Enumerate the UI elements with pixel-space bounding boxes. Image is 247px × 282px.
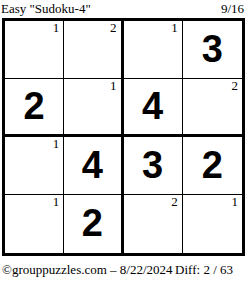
corner-mark: 1	[232, 195, 239, 209]
cell-r3c2: 4	[64, 137, 123, 195]
corner-mark: 1	[53, 137, 60, 151]
cell-r1c1[interactable]: 1	[5, 21, 64, 79]
cell-r3c4: 2	[183, 137, 242, 195]
cell-r4c3[interactable]: 2	[124, 195, 183, 253]
cell-value: 3	[142, 146, 163, 184]
cell-value: 2	[24, 87, 45, 125]
cell-r3c3: 3	[124, 137, 183, 195]
puzzle-title: Easy "Sudoku-4"	[1, 1, 91, 17]
cell-r2c4[interactable]: 2	[183, 79, 242, 137]
cell-value: 3	[202, 30, 223, 68]
cell-value: 4	[82, 146, 103, 184]
cell-r4c1[interactable]: 1	[5, 195, 64, 253]
cell-r2c2[interactable]: 1	[64, 79, 123, 137]
cell-r4c4[interactable]: 1	[183, 195, 242, 253]
corner-mark: 1	[110, 79, 117, 93]
cell-r3c1[interactable]: 1	[5, 137, 64, 195]
puzzle-header: Easy "Sudoku-4" 9/16	[0, 0, 247, 18]
copyright-text: ©grouppuzzles.com – 8/22/2024	[2, 262, 173, 278]
corner-mark: 1	[53, 21, 60, 35]
cell-r2c3: 4	[124, 79, 183, 137]
cell-value: 2	[82, 204, 103, 242]
corner-mark: 1	[171, 21, 178, 35]
corner-mark: 2	[110, 21, 117, 35]
cell-r1c4: 3	[183, 21, 242, 79]
cell-r4c2: 2	[64, 195, 123, 253]
sudoku-board: 1 2 1 3 2 1 4 2 1 4 3 2	[2, 18, 245, 256]
cell-r1c3[interactable]: 1	[124, 21, 183, 79]
cell-value: 4	[142, 87, 163, 125]
corner-mark: 1	[53, 195, 60, 209]
cell-value: 2	[202, 146, 223, 184]
corner-mark: 2	[171, 195, 178, 209]
puzzle-footer: ©grouppuzzles.com – 8/22/2024 Diff: 2 / …	[0, 262, 247, 278]
corner-mark: 2	[232, 79, 239, 93]
puzzle-counter: 9/16	[221, 1, 244, 17]
difficulty-text: Diff: 2 / 63	[175, 262, 233, 278]
cell-r2c1: 2	[5, 79, 64, 137]
cell-r1c2[interactable]: 2	[64, 21, 123, 79]
